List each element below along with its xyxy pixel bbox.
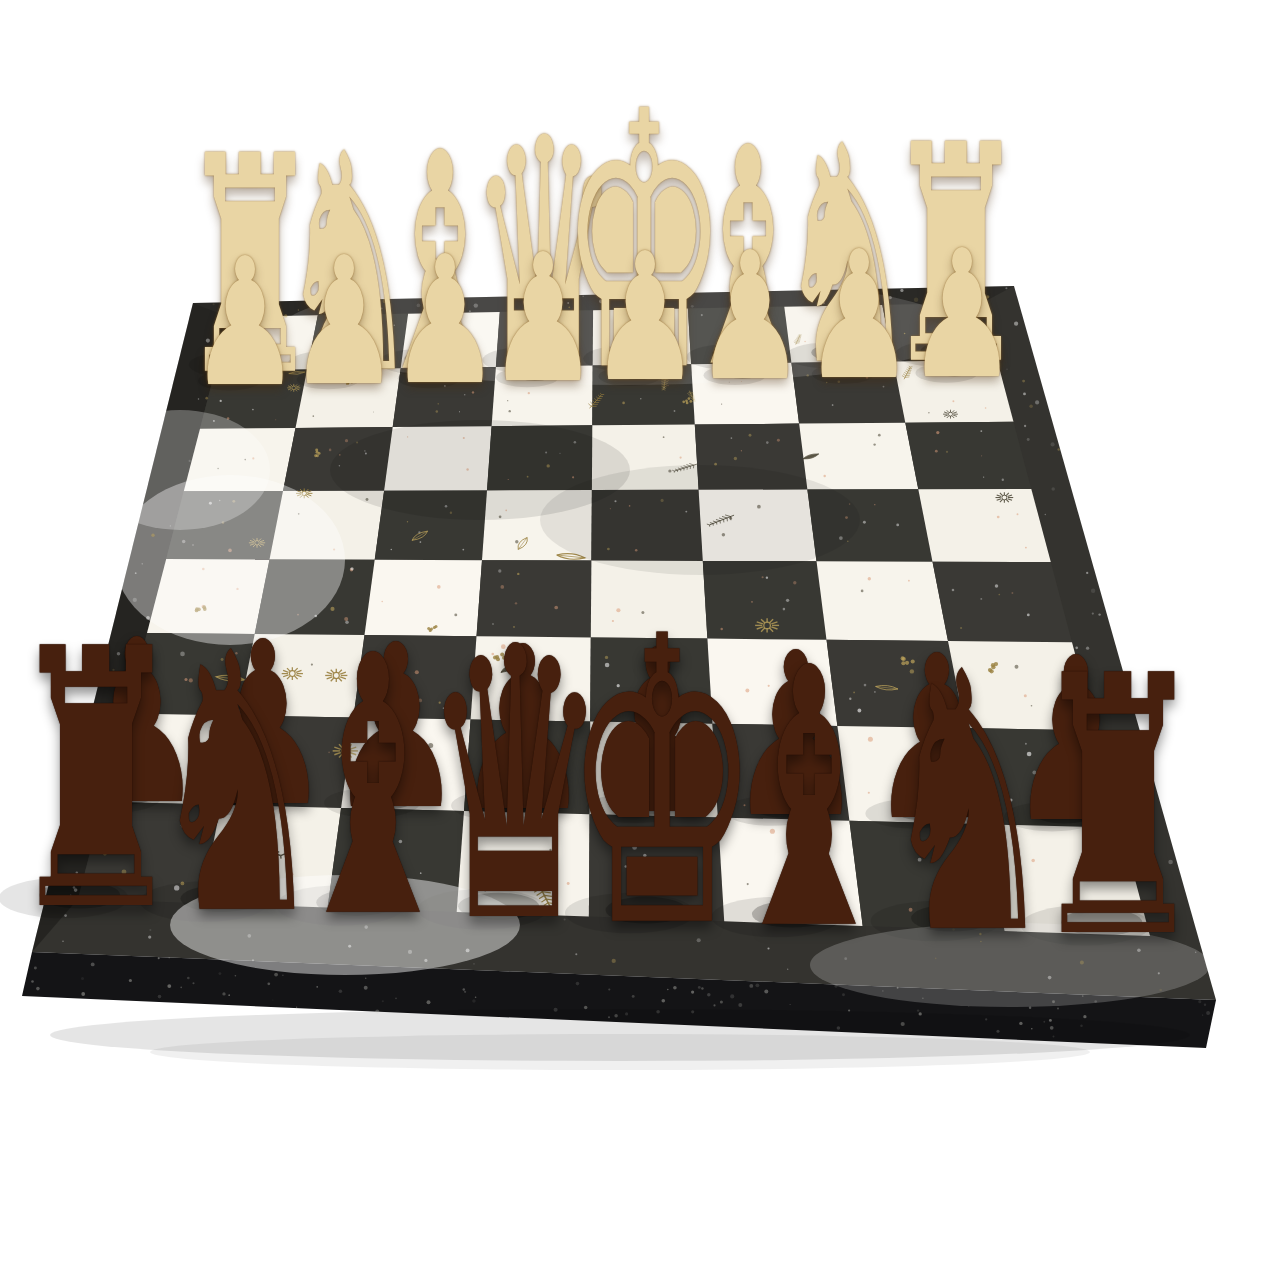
chessboard-photo-scene: ♜♞♝♛♚♝♞♜♟♟♟♟♟♟♟♟♟♟♟♟♟♟♟♟♜♞♝♛♚♝♞♜ [0, 0, 1280, 1280]
chess-board [0, 0, 1280, 1280]
